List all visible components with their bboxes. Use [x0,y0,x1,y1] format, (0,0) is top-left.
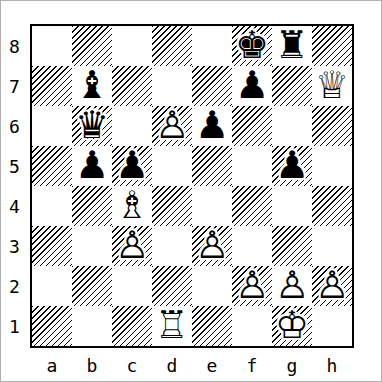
square-h8[interactable] [312,26,352,66]
file-label-a: a [32,350,72,380]
square-c5[interactable]: ♟ [112,146,152,186]
square-a5[interactable] [32,146,72,186]
square-g6[interactable] [272,106,312,146]
square-d3[interactable] [152,226,192,266]
piece-black-pawn[interactable]: ♟ [272,146,312,186]
square-a7[interactable] [32,66,72,106]
piece-glyph-outline: ♙ [315,266,349,304]
rank-label-6: 6 [1,106,28,146]
piece-glyph-fill: ♟ [235,266,269,304]
square-b4[interactable] [72,186,112,226]
square-e4[interactable] [192,186,232,226]
square-f8[interactable]: ♚ [232,26,272,66]
piece-glyph-fill: ♚ [275,306,309,344]
piece-glyph-outline: ♙ [155,106,189,144]
rank-labels: 87654321 [1,26,28,346]
square-d1[interactable]: ♜♖ [152,306,192,346]
file-label-e: e [192,350,232,380]
square-d4[interactable] [152,186,192,226]
piece-black-pawn[interactable]: ♟ [72,146,112,186]
piece-glyph-outline: ♙ [195,226,229,264]
piece-white-pawn[interactable]: ♟♙ [192,226,232,266]
piece-glyph-outline: ♔ [275,306,309,344]
square-d6[interactable]: ♟♙ [152,106,192,146]
piece-glyph-fill: ♟ [315,266,349,304]
piece-glyph-fill: ♟ [155,106,189,144]
square-f3[interactable] [232,226,272,266]
square-f5[interactable] [232,146,272,186]
piece-glyph-fill: ♟ [275,266,309,304]
piece-glyph-fill: ♛ [75,106,109,144]
piece-white-pawn[interactable]: ♟♙ [152,106,192,146]
rank-label-7: 7 [1,66,28,106]
square-a4[interactable] [32,186,72,226]
piece-black-bishop[interactable]: ♝ [72,66,112,106]
square-h5[interactable] [312,146,352,186]
square-g8[interactable]: ♜ [272,26,312,66]
square-h2[interactable]: ♟♙ [312,266,352,306]
piece-white-king[interactable]: ♚♔ [272,306,312,346]
square-e8[interactable] [192,26,232,66]
square-f1[interactable] [232,306,272,346]
piece-black-queen[interactable]: ♛ [72,106,112,146]
square-b6[interactable]: ♛ [72,106,112,146]
piece-black-pawn[interactable]: ♟ [112,146,152,186]
rank-label-2: 2 [1,266,28,306]
rank-label-3: 3 [1,226,28,266]
square-g5[interactable]: ♟ [272,146,312,186]
square-g2[interactable]: ♟♙ [272,266,312,306]
piece-glyph-fill: ♟ [275,146,309,184]
piece-glyph-outline: ♙ [235,266,269,304]
square-e3[interactable]: ♟♙ [192,226,232,266]
square-e1[interactable] [192,306,232,346]
square-a6[interactable] [32,106,72,146]
piece-glyph-fill: ♟ [235,66,269,104]
chess-board: ♚♜♝♟♛♕♛♟♙♟♟♟♟♝♗♟♙♟♙♟♙♟♙♟♙♜♖♚♔ [30,24,354,348]
square-b7[interactable]: ♝ [72,66,112,106]
chess-diagram: 87654321 ♚♜♝♟♛♕♛♟♙♟♟♟♟♝♗♟♙♟♙♟♙♟♙♟♙♜♖♚♔ a… [0,0,382,382]
square-h6[interactable] [312,106,352,146]
square-f4[interactable] [232,186,272,226]
square-c8[interactable] [112,26,152,66]
piece-white-pawn[interactable]: ♟♙ [272,266,312,306]
file-label-h: h [312,350,352,380]
piece-glyph-fill: ♚ [235,26,269,64]
file-label-g: g [272,350,312,380]
square-c2[interactable] [112,266,152,306]
square-g4[interactable] [272,186,312,226]
piece-glyph-fill: ♜ [275,26,309,64]
piece-glyph-outline: ♕ [315,66,349,104]
piece-glyph-fill: ♝ [75,66,109,104]
piece-black-pawn[interactable]: ♟ [232,66,272,106]
file-label-d: d [152,350,192,380]
file-labels: abcdefgh [32,350,352,380]
piece-white-pawn[interactable]: ♟♙ [232,266,272,306]
square-g7[interactable] [272,66,312,106]
square-d5[interactable] [152,146,192,186]
piece-glyph-fill: ♜ [155,306,189,344]
square-e7[interactable] [192,66,232,106]
piece-white-queen[interactable]: ♛♕ [312,66,352,106]
file-label-b: b [72,350,112,380]
square-c6[interactable] [112,106,152,146]
piece-black-king[interactable]: ♚ [232,26,272,66]
piece-glyph-fill: ♛ [315,66,349,104]
piece-glyph-fill: ♝ [115,186,149,224]
piece-black-pawn[interactable]: ♟ [192,106,232,146]
square-b8[interactable] [72,26,112,66]
square-a3[interactable] [32,226,72,266]
square-d8[interactable] [152,26,192,66]
square-a2[interactable] [32,266,72,306]
rank-label-4: 4 [1,186,28,226]
rank-label-1: 1 [1,306,28,346]
square-d7[interactable] [152,66,192,106]
square-f7[interactable]: ♟ [232,66,272,106]
piece-white-pawn[interactable]: ♟♙ [112,226,152,266]
square-h1[interactable] [312,306,352,346]
piece-glyph-fill: ♟ [75,146,109,184]
square-e2[interactable] [192,266,232,306]
square-e5[interactable] [192,146,232,186]
file-label-f: f [232,350,272,380]
piece-glyph-outline: ♖ [155,306,189,344]
piece-glyph-fill: ♟ [195,106,229,144]
square-g1[interactable]: ♚♔ [272,306,312,346]
square-h4[interactable] [312,186,352,226]
square-a8[interactable] [32,26,72,66]
piece-glyph-fill: ♟ [115,146,149,184]
square-f2[interactable]: ♟♙ [232,266,272,306]
square-d2[interactable] [152,266,192,306]
piece-white-rook[interactable]: ♜♖ [152,306,192,346]
square-b2[interactable] [72,266,112,306]
square-b3[interactable] [72,226,112,266]
piece-white-bishop[interactable]: ♝♗ [112,186,152,226]
square-c7[interactable] [112,66,152,106]
rank-label-8: 8 [1,26,28,66]
piece-glyph-fill: ♟ [195,226,229,264]
file-label-c: c [112,350,152,380]
square-a1[interactable] [32,306,72,346]
square-e6[interactable]: ♟ [192,106,232,146]
square-h3[interactable] [312,226,352,266]
square-b1[interactable] [72,306,112,346]
square-h7[interactable]: ♛♕ [312,66,352,106]
square-c3[interactable]: ♟♙ [112,226,152,266]
piece-glyph-outline: ♗ [115,186,149,224]
square-g3[interactable] [272,226,312,266]
piece-glyph-fill: ♟ [115,226,149,264]
piece-glyph-outline: ♙ [115,226,149,264]
piece-black-rook[interactable]: ♜ [272,26,312,66]
piece-glyph-outline: ♙ [275,266,309,304]
square-f6[interactable] [232,106,272,146]
square-c4[interactable]: ♝♗ [112,186,152,226]
square-b5[interactable]: ♟ [72,146,112,186]
square-c1[interactable] [112,306,152,346]
piece-white-pawn[interactable]: ♟♙ [312,266,352,306]
rank-label-5: 5 [1,146,28,186]
